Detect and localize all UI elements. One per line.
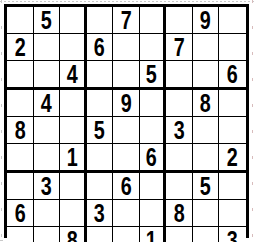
given-digit: 6 <box>120 173 131 199</box>
spreadsheet-gridline-top <box>0 1 254 2</box>
given-digit: 1 <box>146 227 157 242</box>
cell-r9c4[interactable] <box>87 227 114 242</box>
cell-r1c3[interactable] <box>60 7 87 34</box>
cell-r4c1[interactable] <box>7 90 34 117</box>
cell-r4c8[interactable]: 8 <box>193 90 220 117</box>
cell-r1c7[interactable] <box>166 7 193 34</box>
cell-r1c4[interactable] <box>87 7 114 34</box>
given-digit: 5 <box>200 173 211 199</box>
given-digit: 5 <box>94 117 105 143</box>
given-digit: 2 <box>227 144 238 170</box>
cell-r8c8[interactable] <box>193 200 220 227</box>
cell-r8c3[interactable] <box>60 200 87 227</box>
spreadsheet-gridline-left <box>1 0 2 242</box>
cell-r6c2[interactable] <box>34 144 61 173</box>
cell-r3c1[interactable] <box>7 61 34 90</box>
cell-r8c4[interactable]: 3 <box>87 200 114 227</box>
cell-r1c1[interactable] <box>7 7 34 34</box>
cell-r1c8[interactable]: 9 <box>193 7 220 34</box>
cell-r9c3[interactable]: 8 <box>60 227 87 242</box>
given-digit: 8 <box>200 90 211 116</box>
cell-r6c7[interactable] <box>166 144 193 173</box>
given-digit: 8 <box>66 227 77 242</box>
cell-r2c2[interactable] <box>34 34 61 61</box>
cell-r9c8[interactable] <box>193 227 220 242</box>
cell-r7c7[interactable] <box>166 173 193 200</box>
cell-r2c7[interactable]: 7 <box>166 34 193 61</box>
given-digit: 8 <box>174 200 185 226</box>
cell-r5c9[interactable] <box>219 117 246 144</box>
cell-r7c6[interactable] <box>140 173 167 200</box>
given-digit: 6 <box>94 34 105 60</box>
cell-r2c6[interactable] <box>140 34 167 61</box>
cell-r4c5[interactable]: 9 <box>113 90 140 117</box>
cell-r9c6[interactable]: 1 <box>140 227 167 242</box>
cell-r7c5[interactable]: 6 <box>113 173 140 200</box>
cell-r3c4[interactable] <box>87 61 114 90</box>
cell-r6c6[interactable]: 6 <box>140 144 167 173</box>
given-digit: 6 <box>227 61 238 87</box>
cell-r4c9[interactable] <box>219 90 246 117</box>
cell-r7c4[interactable] <box>87 173 114 200</box>
cell-r8c6[interactable] <box>140 200 167 227</box>
cell-r8c9[interactable] <box>219 200 246 227</box>
cell-r7c8[interactable]: 5 <box>193 173 220 200</box>
cell-r3c9[interactable]: 6 <box>219 61 246 90</box>
cell-r5c6[interactable] <box>140 117 167 144</box>
cell-r8c7[interactable]: 8 <box>166 200 193 227</box>
cell-r5c8[interactable] <box>193 117 220 144</box>
cell-r4c3[interactable] <box>60 90 87 117</box>
cell-r8c2[interactable] <box>34 200 61 227</box>
cell-r3c6[interactable]: 5 <box>140 61 167 90</box>
cell-r9c1[interactable] <box>7 227 34 242</box>
cell-r6c1[interactable] <box>7 144 34 173</box>
cell-r1c5[interactable]: 7 <box>113 7 140 34</box>
given-digit: 2 <box>14 34 25 60</box>
given-digit: 5 <box>41 7 52 33</box>
cell-r7c9[interactable] <box>219 173 246 200</box>
cell-r1c6[interactable] <box>140 7 167 34</box>
cell-r5c5[interactable] <box>113 117 140 144</box>
given-digit: 3 <box>227 227 238 242</box>
given-digit: 8 <box>14 117 25 143</box>
given-digit: 6 <box>146 144 157 170</box>
sudoku-board: 579267456498853162365638813 <box>4 4 249 238</box>
cell-r8c5[interactable] <box>113 200 140 227</box>
cell-r6c3[interactable]: 1 <box>60 144 87 173</box>
given-digit: 5 <box>146 61 157 87</box>
cell-r6c4[interactable] <box>87 144 114 173</box>
cell-r5c3[interactable] <box>60 117 87 144</box>
given-digit: 6 <box>14 200 25 226</box>
cell-r9c7[interactable] <box>166 227 193 242</box>
given-digit: 9 <box>200 7 211 33</box>
cell-r5c2[interactable] <box>34 117 61 144</box>
cell-r3c3[interactable]: 4 <box>60 61 87 90</box>
given-digit: 7 <box>120 7 131 33</box>
spreadsheet-gridline-right <box>252 0 253 242</box>
cell-r4c4[interactable] <box>87 90 114 117</box>
cell-r2c8[interactable] <box>193 34 220 61</box>
cell-r2c4[interactable]: 6 <box>87 34 114 61</box>
cell-r8c1[interactable]: 6 <box>7 200 34 227</box>
given-digit: 3 <box>174 117 185 143</box>
cell-r9c9[interactable]: 3 <box>219 227 246 242</box>
cell-r2c3[interactable] <box>60 34 87 61</box>
given-digit: 9 <box>120 90 131 116</box>
cell-r1c9[interactable] <box>219 7 246 34</box>
cell-r3c5[interactable] <box>113 61 140 90</box>
cell-r7c2[interactable]: 3 <box>34 173 61 200</box>
cell-r6c5[interactable] <box>113 144 140 173</box>
cell-r2c1[interactable]: 2 <box>7 34 34 61</box>
cell-r5c7[interactable]: 3 <box>166 117 193 144</box>
cell-r6c9[interactable]: 2 <box>219 144 246 173</box>
cell-r9c5[interactable] <box>113 227 140 242</box>
cell-r5c1[interactable]: 8 <box>7 117 34 144</box>
given-digit: 3 <box>94 200 105 226</box>
cell-r6c8[interactable] <box>193 144 220 173</box>
cell-r5c4[interactable]: 5 <box>87 117 114 144</box>
cell-r7c1[interactable] <box>7 173 34 200</box>
given-digit: 1 <box>66 144 77 170</box>
cell-r9c2[interactable] <box>34 227 61 242</box>
cell-r2c9[interactable] <box>219 34 246 61</box>
given-digit: 4 <box>66 61 77 87</box>
given-digit: 7 <box>174 34 185 60</box>
cell-r7c3[interactable] <box>60 173 87 200</box>
given-digit: 3 <box>41 173 52 199</box>
cell-r4c7[interactable] <box>166 90 193 117</box>
cell-r3c2[interactable] <box>34 61 61 90</box>
cell-r2c5[interactable] <box>113 34 140 61</box>
cell-r4c6[interactable] <box>140 90 167 117</box>
cell-r4c2[interactable]: 4 <box>34 90 61 117</box>
given-digit: 4 <box>41 90 52 116</box>
cell-r3c8[interactable] <box>193 61 220 90</box>
cell-r1c2[interactable]: 5 <box>34 7 61 34</box>
cell-r3c7[interactable] <box>166 61 193 90</box>
